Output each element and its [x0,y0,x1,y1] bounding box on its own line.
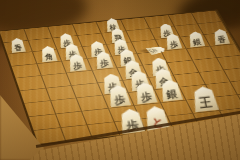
piece-kanji: 香 [217,34,227,44]
piece-kanji: 香 [14,43,23,52]
shogi-photo-scene: 桂香歩飛歩角歩歩歩歩歩銀香歩歩銀金歩歩歩金歩歩銀王歩と [0,0,240,160]
board-square[interactable] [121,17,151,30]
piece-kanji: 銀 [165,87,178,101]
piece-kanji: 銀 [192,37,202,47]
board-square[interactable] [211,44,240,58]
piece-kanji: 角 [44,51,54,61]
piece-kanji: 歩 [113,92,126,106]
piece-kanji: 王 [197,95,212,112]
piece-kanji: 歩 [99,57,109,68]
piece-kanji: 歩 [169,39,179,49]
piece-kanji: 歩 [73,60,83,71]
piece-kanji: 歩 [140,89,153,103]
